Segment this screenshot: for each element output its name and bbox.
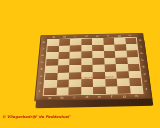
file-label-bottom-e: e [93,95,106,100]
square-f1 [105,86,118,94]
file-label-bottom-b: b [56,95,69,100]
photo-scene: abcdefgh abcdefgh 87654321 87654321 © Vl… [0,0,160,128]
file-label-bottom-a: a [43,96,56,101]
file-label-bottom-f: f [105,94,118,99]
playing-field [43,37,144,96]
chessboard: abcdefgh abcdefgh 87654321 87654321 [34,33,152,101]
copyright-watermark: © Vliegerbedrijf 'de Paddestoel' [2,115,70,119]
square-b1 [56,87,69,95]
rank-label-right-2: 2 [142,78,150,86]
board-tilt-wrapper: abcdefgh abcdefgh 87654321 87654321 [32,0,152,101]
square-g1 [117,86,130,94]
square-h1 [129,86,142,94]
file-label-bottom-c: c [68,95,80,100]
square-e1 [93,86,106,94]
file-label-bottom-d: d [81,95,93,100]
square-a1 [44,87,57,95]
square-c1 [68,87,80,95]
file-label-bottom-h: h [130,94,143,99]
file-label-bottom-g: g [118,94,131,99]
square-d1 [81,87,93,95]
rank-label-right-1: 1 [143,85,151,93]
